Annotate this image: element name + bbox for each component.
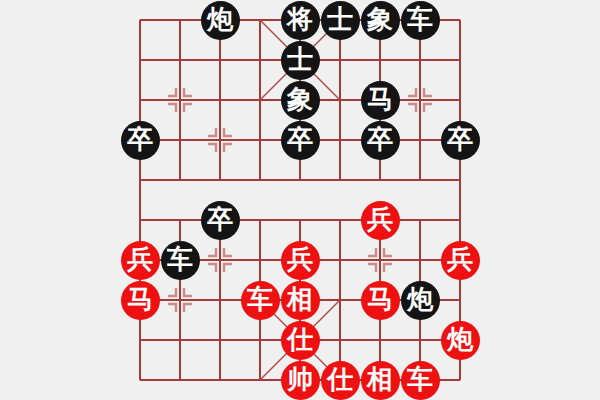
- piece-black-pawn[interactable]: 卒: [281, 121, 320, 160]
- piece-black-pawn[interactable]: 卒: [441, 121, 480, 160]
- piece-red-advisor[interactable]: 仕: [321, 361, 360, 400]
- piece-red-general[interactable]: 帅: [281, 361, 320, 400]
- xiangqi-board: 炮将士象车士象马卒卒卒卒卒兵兵车兵兵马车相马炮仕炮帅仕相车: [0, 0, 600, 400]
- piece-black-advisor[interactable]: 士: [281, 41, 320, 80]
- piece-red-advisor[interactable]: 仕: [281, 321, 320, 360]
- piece-red-cannon[interactable]: 炮: [441, 321, 480, 360]
- piece-black-advisor[interactable]: 士: [321, 1, 360, 40]
- piece-black-elephant[interactable]: 象: [361, 1, 400, 40]
- piece-red-elephant[interactable]: 相: [281, 281, 320, 320]
- piece-black-pawn[interactable]: 卒: [121, 121, 160, 160]
- piece-red-pawn[interactable]: 兵: [441, 241, 480, 280]
- piece-black-general[interactable]: 将: [281, 1, 320, 40]
- piece-black-pawn[interactable]: 卒: [361, 121, 400, 160]
- piece-black-pawn[interactable]: 卒: [201, 201, 240, 240]
- piece-black-horse[interactable]: 马: [361, 81, 400, 120]
- piece-black-cannon[interactable]: 炮: [401, 281, 440, 320]
- piece-red-horse[interactable]: 马: [361, 281, 400, 320]
- piece-red-chariot[interactable]: 车: [401, 361, 440, 400]
- piece-black-cannon[interactable]: 炮: [201, 1, 240, 40]
- piece-red-chariot[interactable]: 车: [241, 281, 280, 320]
- piece-red-horse[interactable]: 马: [121, 281, 160, 320]
- xiangqi-app: 炮将士象车士象马卒卒卒卒卒兵兵车兵兵马车相马炮仕炮帅仕相车: [0, 0, 600, 400]
- piece-red-elephant[interactable]: 相: [361, 361, 400, 400]
- piece-black-chariot[interactable]: 车: [161, 241, 200, 280]
- piece-black-chariot[interactable]: 车: [401, 1, 440, 40]
- piece-black-elephant[interactable]: 象: [281, 81, 320, 120]
- piece-red-pawn[interactable]: 兵: [281, 241, 320, 280]
- piece-red-pawn[interactable]: 兵: [361, 201, 400, 240]
- piece-red-pawn[interactable]: 兵: [121, 241, 160, 280]
